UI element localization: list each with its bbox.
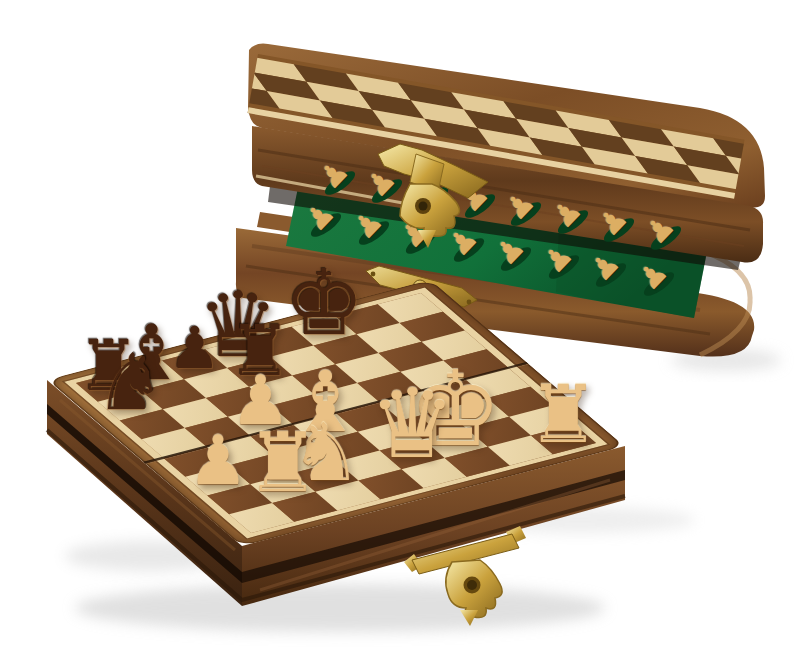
- scene: ♟♟♟♟♟♟♟♟♟♟♟♟♟♟♟♟: [0, 0, 800, 667]
- lid-hasp-icon: [360, 128, 510, 250]
- board-clasp-icon: [398, 520, 568, 630]
